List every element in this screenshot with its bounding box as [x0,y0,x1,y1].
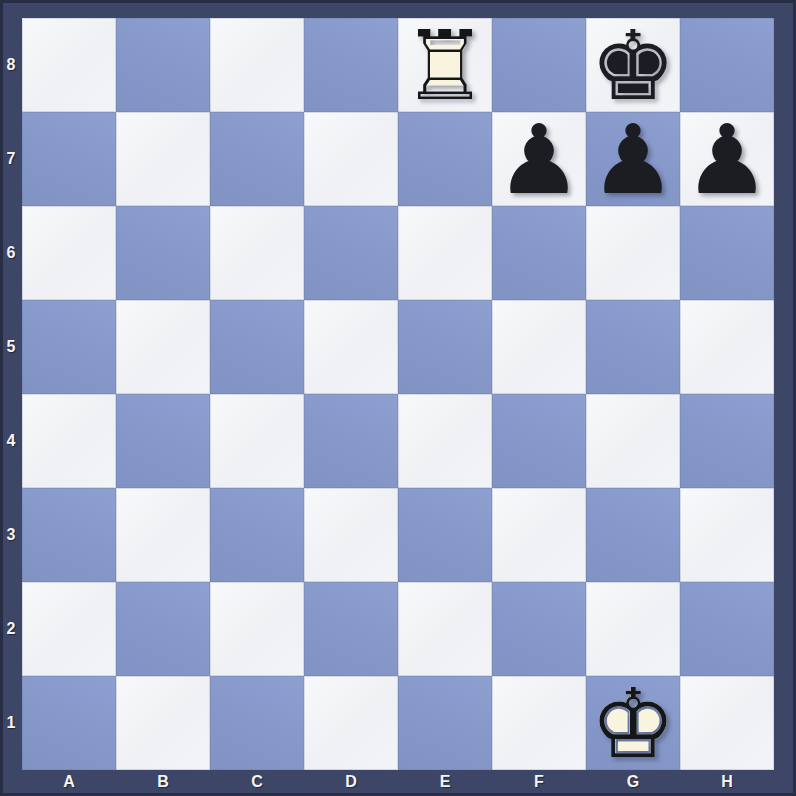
rank-label-2: 2 [0,582,22,676]
file-label-g: G [586,771,680,793]
rank-label-3: 3 [0,488,22,582]
square-f2[interactable] [492,582,586,676]
white-king[interactable]: ♚♔ [586,676,680,770]
square-e6[interactable] [398,206,492,300]
file-label-e: E [398,771,492,793]
square-b7[interactable] [116,112,210,206]
file-label-b: B [116,771,210,793]
square-h3[interactable] [680,488,774,582]
square-d5[interactable] [304,300,398,394]
square-b3[interactable] [116,488,210,582]
black-pawn-glyph: ♟ [590,112,676,208]
square-c8[interactable] [210,18,304,112]
white-king-outline: ♔ [590,676,676,772]
square-e4[interactable] [398,394,492,488]
square-b2[interactable] [116,582,210,676]
square-h8[interactable] [680,18,774,112]
square-g3[interactable] [586,488,680,582]
square-b1[interactable] [116,676,210,770]
rank-label-4: 4 [0,394,22,488]
file-label-h: H [680,771,774,793]
square-e3[interactable] [398,488,492,582]
square-a5[interactable] [22,300,116,394]
square-h2[interactable] [680,582,774,676]
chessboard-frame: ♜♖♚♟♟♟♚♔ 87654321 ABCDEFGH [0,0,796,796]
black-king[interactable]: ♚ [586,18,680,112]
square-d7[interactable] [304,112,398,206]
square-d6[interactable] [304,206,398,300]
square-h4[interactable] [680,394,774,488]
square-h6[interactable] [680,206,774,300]
square-h1[interactable] [680,676,774,770]
square-h7[interactable]: ♟ [680,112,774,206]
square-g7[interactable]: ♟ [586,112,680,206]
black-king-glyph: ♚ [590,18,676,114]
square-e7[interactable] [398,112,492,206]
square-f6[interactable] [492,206,586,300]
square-f1[interactable] [492,676,586,770]
square-b5[interactable] [116,300,210,394]
file-label-d: D [304,771,398,793]
black-pawn[interactable]: ♟ [492,112,586,206]
file-label-f: F [492,771,586,793]
square-d3[interactable] [304,488,398,582]
square-c3[interactable] [210,488,304,582]
square-h5[interactable] [680,300,774,394]
square-e8[interactable]: ♜♖ [398,18,492,112]
square-a2[interactable] [22,582,116,676]
square-a1[interactable] [22,676,116,770]
square-c5[interactable] [210,300,304,394]
black-pawn-glyph: ♟ [496,112,582,208]
square-a4[interactable] [22,394,116,488]
chessboard: ♜♖♚♟♟♟♚♔ [22,18,774,770]
file-label-a: A [22,771,116,793]
rank-label-8: 8 [0,18,22,112]
square-c6[interactable] [210,206,304,300]
square-f3[interactable] [492,488,586,582]
square-f5[interactable] [492,300,586,394]
white-rook-outline: ♖ [402,18,488,114]
square-d2[interactable] [304,582,398,676]
square-a6[interactable] [22,206,116,300]
square-b8[interactable] [116,18,210,112]
square-b6[interactable] [116,206,210,300]
square-f8[interactable] [492,18,586,112]
rank-label-7: 7 [0,112,22,206]
white-rook[interactable]: ♜♖ [398,18,492,112]
rank-label-5: 5 [0,300,22,394]
rank-label-1: 1 [0,676,22,770]
square-a8[interactable] [22,18,116,112]
square-g1[interactable]: ♚♔ [586,676,680,770]
file-labels: ABCDEFGH [22,771,774,793]
square-d1[interactable] [304,676,398,770]
square-c7[interactable] [210,112,304,206]
square-g8[interactable]: ♚ [586,18,680,112]
black-pawn[interactable]: ♟ [680,112,774,206]
square-g5[interactable] [586,300,680,394]
rank-labels: 87654321 [0,18,22,770]
square-c2[interactable] [210,582,304,676]
square-f4[interactable] [492,394,586,488]
square-c4[interactable] [210,394,304,488]
square-b4[interactable] [116,394,210,488]
black-pawn[interactable]: ♟ [586,112,680,206]
rank-label-6: 6 [0,206,22,300]
square-d8[interactable] [304,18,398,112]
square-g2[interactable] [586,582,680,676]
square-e5[interactable] [398,300,492,394]
square-e1[interactable] [398,676,492,770]
file-label-c: C [210,771,304,793]
square-g6[interactable] [586,206,680,300]
square-a7[interactable] [22,112,116,206]
square-f7[interactable]: ♟ [492,112,586,206]
square-d4[interactable] [304,394,398,488]
square-a3[interactable] [22,488,116,582]
square-c1[interactable] [210,676,304,770]
square-e2[interactable] [398,582,492,676]
black-pawn-glyph: ♟ [684,112,770,208]
square-g4[interactable] [586,394,680,488]
